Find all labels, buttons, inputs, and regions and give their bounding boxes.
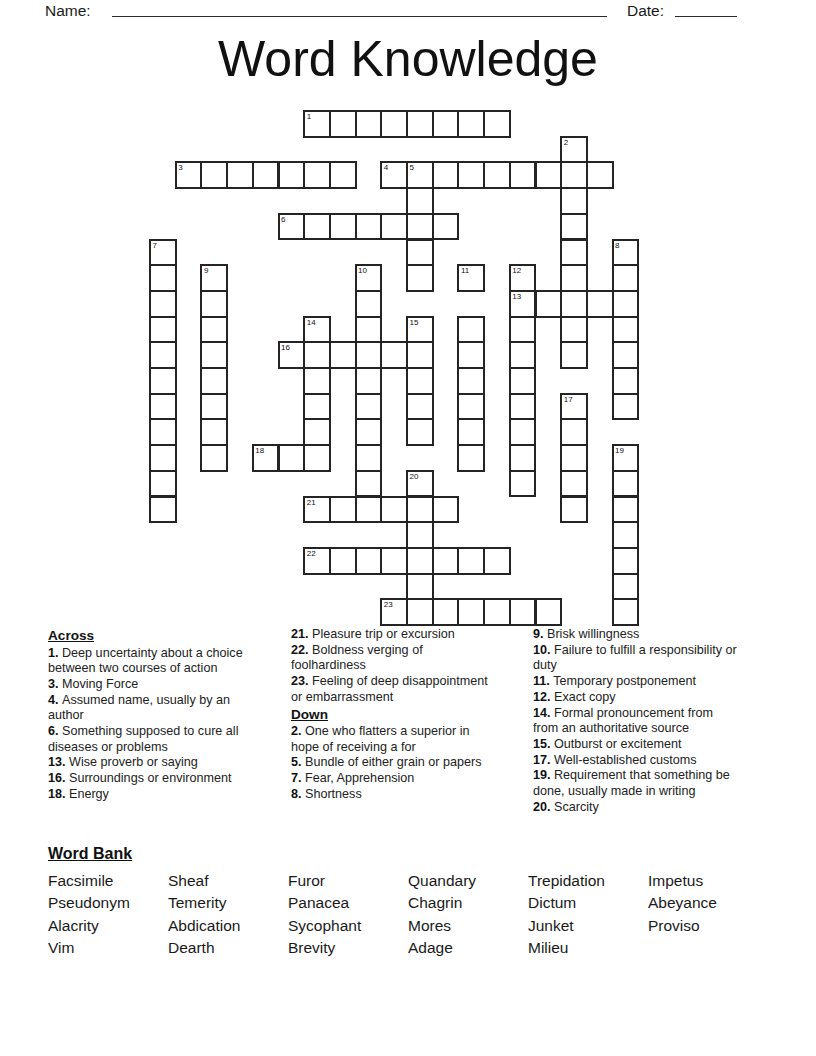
grid-cell[interactable] (560, 264, 588, 292)
clue-number-label: 9. (533, 627, 547, 641)
date-label: Date: (627, 2, 664, 20)
clue-number: 3 (178, 164, 182, 172)
grid-cell[interactable] (406, 393, 434, 421)
grid-cell[interactable] (200, 444, 228, 472)
grid-cell[interactable] (509, 393, 537, 421)
word-bank-item: Abeyance (648, 892, 768, 914)
grid-cell[interactable] (149, 367, 177, 395)
clue-number: 5 (410, 164, 414, 172)
grid-cell[interactable] (303, 418, 331, 446)
clue: 16. Surroundings or environment (48, 771, 248, 787)
grid-cell[interactable] (535, 290, 563, 318)
grid-cell[interactable] (560, 239, 588, 267)
grid-cell[interactable] (560, 496, 588, 524)
clue: 9. Brisk willingness (533, 627, 739, 643)
grid-cell[interactable] (355, 110, 383, 138)
clue: 1. Deep uncertainty about a choice betwe… (48, 646, 248, 677)
clue: 10. Failure to fulfill a responsibility … (533, 643, 739, 674)
grid-cell[interactable] (432, 598, 460, 626)
clues-heading: Down (291, 707, 493, 724)
grid-cell[interactable] (303, 213, 331, 241)
clue: 19. Requirement that something be done, … (533, 768, 739, 799)
word-bank-item: Proviso (648, 915, 768, 937)
clue-number: 6 (281, 216, 285, 224)
grid-cell[interactable] (406, 110, 434, 138)
grid-cell[interactable] (509, 470, 537, 498)
clue: 13. Wise proverb or saying (48, 755, 248, 771)
grid-cell[interactable] (380, 110, 408, 138)
grid-cell[interactable] (560, 470, 588, 498)
grid-cell[interactable] (483, 161, 511, 189)
grid-cell[interactable] (200, 393, 228, 421)
grid-cell[interactable] (329, 161, 357, 189)
clue-number: 7 (153, 242, 157, 250)
grid-cell[interactable] (406, 598, 434, 626)
clue: 6. Something supposed to cure all diseas… (48, 724, 248, 755)
grid-cell[interactable] (560, 444, 588, 472)
clue: 3. Moving Force (48, 677, 248, 693)
clue-number: 12 (512, 267, 521, 275)
clue-number-label: 20. (533, 800, 554, 814)
clue: 14. Formal pronouncement from from an au… (533, 706, 739, 737)
clue-number-label: 13. (48, 755, 69, 769)
grid-cell[interactable] (560, 341, 588, 369)
word-bank-column: ImpetusAbeyanceProviso (648, 870, 768, 960)
grid-cell[interactable] (560, 213, 588, 241)
clue-number: 18 (255, 447, 264, 455)
clue-number-label: 19. (533, 768, 554, 782)
grid-cell[interactable] (457, 393, 485, 421)
word-bank-item: Sheaf (168, 870, 288, 892)
grid-cell[interactable] (406, 239, 434, 267)
grid-cell[interactable] (560, 187, 588, 215)
clue-number-label: 16. (48, 771, 69, 785)
grid-cell[interactable] (329, 110, 357, 138)
clue: 4. Assumed name, usually by an author (48, 693, 248, 724)
grid-cell[interactable] (509, 161, 537, 189)
grid-cell[interactable] (457, 444, 485, 472)
grid-cell[interactable] (355, 367, 383, 395)
clue-number-label: 23. (291, 674, 312, 688)
grid-cell[interactable] (303, 161, 331, 189)
grid-cell[interactable] (457, 316, 485, 344)
clue-number-label: 15. (533, 737, 554, 751)
word-bank-item: Alacrity (48, 915, 168, 937)
grid-cell[interactable] (612, 547, 640, 575)
grid-cell[interactable] (406, 547, 434, 575)
word-bank-item: Temerity (168, 892, 288, 914)
grid-cell[interactable] (406, 573, 434, 601)
grid-cell[interactable] (612, 470, 640, 498)
grid-cell[interactable] (200, 367, 228, 395)
clue-number-label: 10. (533, 643, 554, 657)
clue-number: 11 (461, 267, 469, 275)
word-bank-item: Pseudonym (48, 892, 168, 914)
grid-cell[interactable] (509, 598, 537, 626)
clue-number-label: 18. (48, 787, 69, 801)
grid-cell[interactable] (278, 161, 306, 189)
grid-cell[interactable] (303, 341, 331, 369)
grid-cell[interactable] (612, 573, 640, 601)
grid-cell[interactable] (560, 290, 588, 318)
clue-number: 19 (615, 447, 624, 455)
clue-number: 21 (307, 499, 316, 507)
grid-cell[interactable] (612, 521, 640, 549)
clue: 2. One who flatters a superior in hope o… (291, 724, 493, 755)
grid-cell[interactable] (457, 341, 485, 369)
grid-cell[interactable] (149, 316, 177, 344)
grid-cell[interactable] (380, 213, 408, 241)
word-bank-item: Quandary (408, 870, 528, 892)
grid-cell[interactable] (457, 418, 485, 446)
grid-cell[interactable] (200, 316, 228, 344)
word-bank-item: Junket (528, 915, 648, 937)
puzzle-title: Word Knowledge (0, 31, 816, 87)
grid-cell[interactable] (149, 393, 177, 421)
clue-number: 4 (384, 164, 388, 172)
grid-cell[interactable] (457, 547, 485, 575)
grid-cell[interactable] (149, 496, 177, 524)
grid-cell[interactable] (509, 444, 537, 472)
grid-cell[interactable] (560, 316, 588, 344)
word-bank-item: Furor (288, 870, 408, 892)
grid-cell[interactable] (586, 290, 614, 318)
grid-cell[interactable] (509, 418, 537, 446)
grid-cell[interactable] (406, 418, 434, 446)
grid-cell[interactable] (406, 213, 434, 241)
word-bank-column: FacsimilePseudonymAlacrityVim (48, 870, 168, 960)
grid-cell[interactable] (303, 367, 331, 395)
grid-cell[interactable] (560, 418, 588, 446)
word-bank-column: QuandaryChagrinMoresAdage (408, 870, 528, 960)
grid-cell[interactable] (406, 521, 434, 549)
clue-number-label: 22. (291, 643, 312, 657)
grid-cell[interactable] (355, 316, 383, 344)
grid-cell[interactable] (406, 187, 434, 215)
grid-cell[interactable] (149, 444, 177, 472)
clue-number-label: 2. (291, 724, 305, 738)
grid-cell[interactable] (355, 341, 383, 369)
clue: 15. Outburst or excitement (533, 737, 739, 753)
grid-cell[interactable] (432, 161, 460, 189)
grid-cell[interactable] (149, 264, 177, 292)
word-bank-column: FurorPanaceaSycophantBrevity (288, 870, 408, 960)
clue-number: 16 (281, 344, 290, 352)
grid-cell[interactable] (355, 444, 383, 472)
name-label: Name: (45, 2, 91, 20)
grid-cell[interactable] (457, 598, 485, 626)
clue-number-label: 8. (291, 787, 305, 801)
grid-cell[interactable] (149, 418, 177, 446)
grid-cell[interactable] (406, 496, 434, 524)
word-bank-item: Brevity (288, 937, 408, 959)
grid-cell[interactable] (303, 393, 331, 421)
grid-cell[interactable] (483, 547, 511, 575)
grid-cell[interactable] (252, 161, 280, 189)
clue: 21. Pleasure trip or excursion (291, 627, 493, 643)
clue: 7. Fear, Apprehension (291, 771, 493, 787)
grid-cell[interactable] (355, 470, 383, 498)
grid-cell[interactable] (509, 367, 537, 395)
grid-cell[interactable] (457, 161, 485, 189)
clue-number: 9 (204, 267, 208, 275)
grid-cell[interactable] (612, 496, 640, 524)
clue-number: 8 (615, 242, 619, 250)
grid-cell[interactable] (329, 213, 357, 241)
word-bank-item: Dictum (528, 892, 648, 914)
word-bank-item: Trepidation (528, 870, 648, 892)
date-blank-line[interactable] (675, 16, 737, 17)
clue: 8. Shortness (291, 787, 493, 803)
grid-cell[interactable] (355, 496, 383, 524)
clue: 18. Energy (48, 787, 248, 803)
word-bank-item: Vim (48, 937, 168, 959)
grid-cell[interactable] (535, 598, 563, 626)
clue: 5. Bundle of either grain or papers (291, 755, 493, 771)
clue: 11. Temporary postponement (533, 674, 739, 690)
clue-number-label: 12. (533, 690, 554, 704)
grid-cell[interactable] (329, 341, 357, 369)
word-bank-item: Panacea (288, 892, 408, 914)
grid-cell[interactable] (457, 367, 485, 395)
grid-cell[interactable] (457, 110, 485, 138)
grid-cell[interactable] (355, 290, 383, 318)
clue-number-label: 3. (48, 677, 62, 691)
clue: 22. Boldness verging of foolhardiness (291, 643, 493, 674)
clues-column-middle: 21. Pleasure trip or excursion22. Boldne… (291, 627, 493, 803)
grid-cell[interactable] (226, 161, 254, 189)
grid-cell[interactable] (200, 290, 228, 318)
clue-number-label: 17. (533, 753, 554, 767)
clue-number: 22 (307, 550, 316, 558)
grid-cell[interactable] (200, 341, 228, 369)
clue-number: 13 (512, 293, 521, 301)
clue-number-label: 5. (291, 755, 305, 769)
grid-cell[interactable] (149, 290, 177, 318)
clue-number: 17 (564, 396, 573, 404)
word-bank-item: Dearth (168, 937, 288, 959)
clue-number-label: 21. (291, 627, 312, 641)
grid-cell[interactable] (278, 444, 306, 472)
grid-cell[interactable] (612, 316, 640, 344)
grid-cell[interactable] (483, 110, 511, 138)
clue-number-label: 1. (48, 646, 62, 660)
grid-cell[interactable] (355, 547, 383, 575)
word-bank-column: SheafTemerityAbdicationDearth (168, 870, 288, 960)
word-bank-item: Chagrin (408, 892, 528, 914)
clue: 12. Exact copy (533, 690, 739, 706)
word-bank-item: Facsimile (48, 870, 168, 892)
word-bank-columns: FacsimilePseudonymAlacrityVimSheafTemeri… (48, 870, 768, 960)
word-bank-item: Milieu (528, 937, 648, 959)
word-bank-heading: Word Bank (48, 845, 768, 863)
clue-number: 1 (307, 113, 311, 121)
clues-column-across: Across1. Deep uncertainty about a choice… (48, 627, 248, 803)
clue-number: 2 (564, 139, 568, 147)
grid-cell[interactable] (612, 290, 640, 318)
grid-cell[interactable] (483, 598, 511, 626)
grid-cell[interactable] (303, 444, 331, 472)
clue-number-label: 11. (533, 674, 553, 688)
grid-cell[interactable] (560, 161, 588, 189)
grid-cell[interactable] (432, 110, 460, 138)
grid-cell[interactable] (149, 470, 177, 498)
grid-cell[interactable] (329, 496, 357, 524)
name-blank-line[interactable] (112, 16, 607, 17)
word-bank-item: Sycophant (288, 915, 408, 937)
grid-cell[interactable] (432, 547, 460, 575)
grid-cell[interactable] (612, 341, 640, 369)
clue: 23. Feeling of deep disappointment or em… (291, 674, 493, 705)
grid-cell[interactable] (509, 316, 537, 344)
worksheet-page: { "game": "crossword", "header": { "name… (0, 0, 816, 1056)
grid-cell[interactable] (406, 341, 434, 369)
clue-number: 10 (358, 267, 367, 275)
grid-cell[interactable] (355, 213, 383, 241)
grid-cell[interactable] (612, 393, 640, 421)
clues-column-down: 9. Brisk willingness10. Failure to fulfi… (533, 627, 739, 815)
grid-cell[interactable] (380, 341, 408, 369)
word-bank-item: Adage (408, 937, 528, 959)
grid-cell[interactable] (612, 598, 640, 626)
word-bank-column: TrepidationDictumJunketMilieu (528, 870, 648, 960)
grid-cell[interactable] (200, 161, 228, 189)
grid-cell[interactable] (200, 418, 228, 446)
clue-number: 20 (410, 473, 419, 481)
grid-cell[interactable] (406, 264, 434, 292)
word-bank-item: Mores (408, 915, 528, 937)
grid-cell[interactable] (380, 547, 408, 575)
clue-number-label: 14. (533, 706, 554, 720)
grid-cell[interactable] (612, 367, 640, 395)
clue: 17. Well-established customs (533, 753, 739, 769)
crossword-grid: 1234567891011121314151617181920212223 (150, 111, 639, 625)
grid-cell[interactable] (355, 418, 383, 446)
grid-cell[interactable] (535, 161, 563, 189)
grid-cell[interactable] (380, 496, 408, 524)
clue: 20. Scarcity (533, 800, 739, 816)
word-bank-item: Abdication (168, 915, 288, 937)
clue-number: 14 (307, 319, 316, 327)
clue-number-label: 4. (48, 693, 62, 707)
grid-cell[interactable] (432, 213, 460, 241)
clue-number-label: 6. (48, 724, 62, 738)
clue-number-label: 7. (291, 771, 305, 785)
grid-cell[interactable] (355, 393, 383, 421)
word-bank-section: Word Bank FacsimilePseudonymAlacrityVimS… (48, 845, 768, 960)
grid-cell[interactable] (329, 547, 357, 575)
grid-cell[interactable] (612, 264, 640, 292)
clues-heading: Across (48, 628, 248, 645)
grid-cell[interactable] (406, 367, 434, 395)
clue-number: 23 (384, 601, 393, 609)
clue-number: 15 (410, 319, 419, 327)
grid-cell[interactable] (432, 496, 460, 524)
grid-cell[interactable] (509, 341, 537, 369)
grid-cell[interactable] (149, 341, 177, 369)
grid-cell[interactable] (586, 161, 614, 189)
word-bank-item: Impetus (648, 870, 768, 892)
